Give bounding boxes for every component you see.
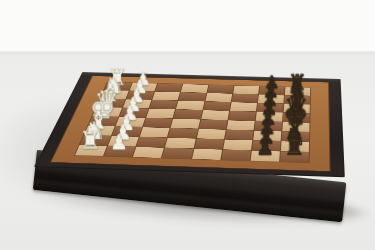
square-g6 xyxy=(223,139,252,150)
square-h4 xyxy=(162,148,193,159)
square-c8: ♝ xyxy=(284,104,310,113)
square-b8: ♞ xyxy=(284,95,310,104)
square-b4 xyxy=(179,92,206,101)
square-c1: ♝ xyxy=(97,99,126,108)
square-d7: ♟ xyxy=(255,112,282,122)
square-d1: ♛ xyxy=(93,107,122,116)
square-h7: ♟ xyxy=(250,151,279,162)
square-b7: ♟ xyxy=(258,95,284,104)
square-e4 xyxy=(171,119,200,129)
square-f3 xyxy=(140,127,170,137)
white-rook-piece: ♜ xyxy=(105,67,130,88)
square-c3 xyxy=(150,100,178,109)
square-f1: ♝ xyxy=(84,125,115,135)
chessboard: ♜♟♟♜♞♟♟♞♝♟♟♝♛♟♟♛♚♟♟♚♝♟♟♝♞♟♟♞♜♟♟♜ xyxy=(74,82,311,163)
square-f4 xyxy=(168,128,197,138)
square-h5 xyxy=(192,149,222,160)
square-b6 xyxy=(231,94,258,103)
square-b1: ♞ xyxy=(100,90,128,99)
square-c6 xyxy=(230,102,257,111)
square-g7: ♟ xyxy=(252,140,281,151)
square-d2: ♟ xyxy=(120,108,149,117)
square-h3 xyxy=(133,147,164,158)
square-h8: ♜ xyxy=(280,151,309,162)
square-e5 xyxy=(199,119,227,129)
square-a5 xyxy=(207,85,233,94)
square-c4 xyxy=(176,101,204,110)
square-d5 xyxy=(201,110,229,120)
square-g1: ♞ xyxy=(80,135,111,146)
board-walnut-frame: ♜♟♟♜♞♟♟♞♝♟♟♝♛♟♟♛♚♟♟♚♝♟♟♝♞♟♟♞♜♟♟♜ xyxy=(34,72,345,177)
square-b2: ♟ xyxy=(126,91,154,100)
square-f7: ♟ xyxy=(253,130,281,140)
square-g5 xyxy=(194,139,224,150)
square-e2: ♟ xyxy=(116,117,146,127)
square-h2: ♟ xyxy=(104,146,136,157)
square-b5 xyxy=(205,93,232,102)
chess-board-plane: ♜♟♟♜♞♟♟♞♝♟♟♝♛♟♟♛♚♟♟♚♝♟♟♝♞♟♟♞♜♟♟♜ xyxy=(34,72,345,177)
black-rook-piece: ♜ xyxy=(285,72,310,94)
square-d3 xyxy=(147,109,176,119)
square-d4 xyxy=(174,110,202,120)
square-e6 xyxy=(226,120,254,130)
square-e1: ♚ xyxy=(88,116,118,126)
square-f8: ♝ xyxy=(281,131,309,141)
square-c2: ♟ xyxy=(123,99,152,108)
square-g3 xyxy=(137,137,167,148)
square-e3 xyxy=(143,118,172,128)
square-g8: ♞ xyxy=(281,141,309,152)
square-f5 xyxy=(196,129,225,139)
square-c5 xyxy=(203,102,230,111)
square-f2: ♟ xyxy=(112,126,142,136)
square-c7: ♟ xyxy=(257,103,284,112)
board-inner-border: ♜♟♟♜♞♟♟♞♝♟♟♝♛♟♟♛♚♟♟♚♝♟♟♝♞♟♟♞♜♟♟♜ xyxy=(50,76,330,172)
chess-set-photo: ♜♟♟♜♞♟♟♞♝♟♟♝♛♟♟♛♚♟♟♚♝♟♟♝♞♟♟♞♜♟♟♜ xyxy=(0,0,375,250)
square-d8: ♛ xyxy=(283,113,310,123)
black-pawn-piece: ♟ xyxy=(259,74,284,92)
square-h6 xyxy=(221,150,251,161)
square-b3 xyxy=(153,92,181,101)
square-g4 xyxy=(165,138,195,149)
square-h1: ♜ xyxy=(75,145,107,156)
square-d6 xyxy=(228,111,256,121)
white-pawn-piece: ♟ xyxy=(131,71,156,89)
square-e7: ♟ xyxy=(254,121,282,131)
square-g2: ♟ xyxy=(108,136,139,147)
square-e8: ♚ xyxy=(282,122,309,132)
square-f6 xyxy=(225,130,254,140)
